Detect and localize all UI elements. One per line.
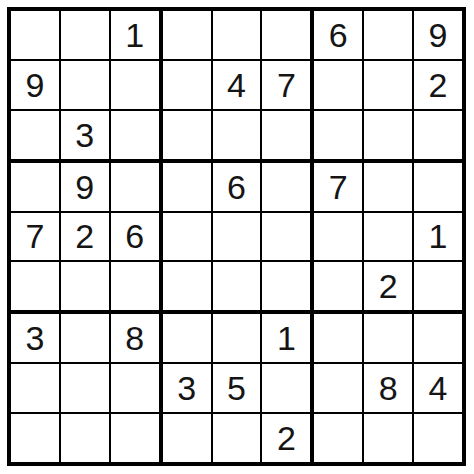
- cell-r1c3[interactable]: 1: [111, 11, 159, 59]
- sudoku-box-2-2: 6: [163, 163, 311, 311]
- cell-r1c6[interactable]: [262, 11, 310, 59]
- cell-r1c7[interactable]: 6: [314, 11, 362, 59]
- cell-r5c1[interactable]: 7: [11, 213, 59, 261]
- cell-r6c9[interactable]: [414, 262, 462, 310]
- sudoku-box-3-2: 1352: [163, 314, 311, 462]
- sudoku-box-3-3: 84: [314, 314, 462, 462]
- cell-r4c7[interactable]: 7: [314, 163, 362, 211]
- cell-r8c1[interactable]: [11, 364, 59, 412]
- sudoku-box-2-1: 9726: [11, 163, 159, 311]
- cell-r1c2[interactable]: [61, 11, 109, 59]
- cell-r4c8[interactable]: [364, 163, 412, 211]
- cell-r8c4[interactable]: 3: [163, 364, 211, 412]
- cell-r3c2[interactable]: 3: [61, 111, 109, 159]
- sudoku-box-3-1: 38: [11, 314, 159, 462]
- cell-r3c1[interactable]: [11, 111, 59, 159]
- cell-r1c4[interactable]: [163, 11, 211, 59]
- cell-r1c1[interactable]: [11, 11, 59, 59]
- cell-r7c5[interactable]: [213, 314, 261, 362]
- cell-r9c6[interactable]: 2: [262, 414, 310, 462]
- cell-r8c7[interactable]: [314, 364, 362, 412]
- cell-r2c9[interactable]: 2: [414, 61, 462, 109]
- sudoku-box-1-2: 47: [163, 11, 311, 159]
- cell-r5c5[interactable]: [213, 213, 261, 261]
- cell-r3c7[interactable]: [314, 111, 362, 159]
- cell-r6c4[interactable]: [163, 262, 211, 310]
- cell-r1c8[interactable]: [364, 11, 412, 59]
- cell-r6c3[interactable]: [111, 262, 159, 310]
- cell-r2c3[interactable]: [111, 61, 159, 109]
- cell-r5c4[interactable]: [163, 213, 211, 261]
- cell-r3c9[interactable]: [414, 111, 462, 159]
- cell-r2c1[interactable]: 9: [11, 61, 59, 109]
- cell-r5c6[interactable]: [262, 213, 310, 261]
- cell-r9c7[interactable]: [314, 414, 362, 462]
- cell-r4c2[interactable]: 9: [61, 163, 109, 211]
- cell-r7c9[interactable]: [414, 314, 462, 362]
- cell-r3c6[interactable]: [262, 111, 310, 159]
- cell-r4c3[interactable]: [111, 163, 159, 211]
- cell-r3c4[interactable]: [163, 111, 211, 159]
- cell-r6c6[interactable]: [262, 262, 310, 310]
- cell-r9c5[interactable]: [213, 414, 261, 462]
- cell-r1c5[interactable]: [213, 11, 261, 59]
- cell-r7c1[interactable]: 3: [11, 314, 59, 362]
- cell-r7c6[interactable]: 1: [262, 314, 310, 362]
- cell-r2c5[interactable]: 4: [213, 61, 261, 109]
- cell-r9c1[interactable]: [11, 414, 59, 462]
- cell-r4c6[interactable]: [262, 163, 310, 211]
- sudoku-box-2-3: 712: [314, 163, 462, 311]
- sudoku-box-1-1: 193: [11, 11, 159, 159]
- cell-r5c9[interactable]: 1: [414, 213, 462, 261]
- cell-r9c9[interactable]: [414, 414, 462, 462]
- cell-r7c3[interactable]: 8: [111, 314, 159, 362]
- cell-r4c4[interactable]: [163, 163, 211, 211]
- cell-r2c7[interactable]: [314, 61, 362, 109]
- sudoku-grid: 193476929726671238135284: [7, 7, 466, 466]
- cell-r1c9[interactable]: 9: [414, 11, 462, 59]
- cell-r9c4[interactable]: [163, 414, 211, 462]
- cell-r7c2[interactable]: [61, 314, 109, 362]
- cell-r8c2[interactable]: [61, 364, 109, 412]
- cell-r9c3[interactable]: [111, 414, 159, 462]
- cell-r5c2[interactable]: 2: [61, 213, 109, 261]
- sudoku-box-1-3: 692: [314, 11, 462, 159]
- cell-r4c1[interactable]: [11, 163, 59, 211]
- cell-r7c8[interactable]: [364, 314, 412, 362]
- cell-r4c5[interactable]: 6: [213, 163, 261, 211]
- cell-r2c4[interactable]: [163, 61, 211, 109]
- cell-r8c5[interactable]: 5: [213, 364, 261, 412]
- cell-r6c1[interactable]: [11, 262, 59, 310]
- cell-r7c7[interactable]: [314, 314, 362, 362]
- cell-r8c9[interactable]: 4: [414, 364, 462, 412]
- cell-r5c3[interactable]: 6: [111, 213, 159, 261]
- cell-r8c3[interactable]: [111, 364, 159, 412]
- cell-r3c3[interactable]: [111, 111, 159, 159]
- cell-r9c2[interactable]: [61, 414, 109, 462]
- cell-r2c2[interactable]: [61, 61, 109, 109]
- cell-r5c8[interactable]: [364, 213, 412, 261]
- cell-r9c8[interactable]: [364, 414, 412, 462]
- cell-r7c4[interactable]: [163, 314, 211, 362]
- cell-r4c9[interactable]: [414, 163, 462, 211]
- cell-r8c8[interactable]: 8: [364, 364, 412, 412]
- cell-r2c8[interactable]: [364, 61, 412, 109]
- cell-r8c6[interactable]: [262, 364, 310, 412]
- cell-r2c6[interactable]: 7: [262, 61, 310, 109]
- cell-r5c7[interactable]: [314, 213, 362, 261]
- cell-r6c2[interactable]: [61, 262, 109, 310]
- cell-r6c7[interactable]: [314, 262, 362, 310]
- cell-r3c5[interactable]: [213, 111, 261, 159]
- cell-r6c8[interactable]: 2: [364, 262, 412, 310]
- cell-r6c5[interactable]: [213, 262, 261, 310]
- cell-r3c8[interactable]: [364, 111, 412, 159]
